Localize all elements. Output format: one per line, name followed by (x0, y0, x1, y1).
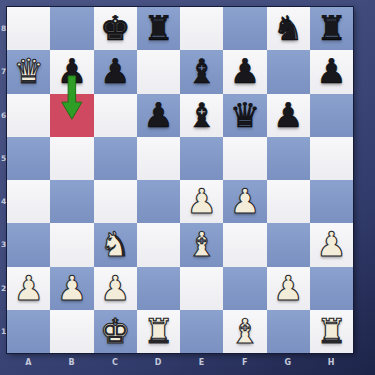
square-g8[interactable]: ♞ (267, 7, 310, 50)
square-a5[interactable] (7, 137, 50, 180)
square-b3[interactable] (50, 223, 93, 266)
file-labels: ABCDEFGH (7, 356, 353, 368)
square-d6[interactable]: ♟ (137, 94, 180, 137)
square-c2[interactable]: ♟ (94, 267, 137, 310)
square-f8[interactable] (223, 7, 266, 50)
square-f2[interactable] (223, 267, 266, 310)
piece-black-knight-g8[interactable]: ♞ (273, 7, 303, 50)
square-h7[interactable]: ♟ (310, 50, 353, 93)
square-c4[interactable] (94, 180, 137, 223)
piece-white-pawn-b2[interactable]: ♟ (57, 267, 87, 310)
file-label-g: G (267, 356, 310, 368)
piece-white-knight-c3[interactable]: ♞ (100, 223, 130, 266)
square-d7[interactable] (137, 50, 180, 93)
square-b5[interactable] (50, 137, 93, 180)
piece-white-pawn-f4[interactable]: ♟ (230, 180, 260, 223)
square-g5[interactable] (267, 137, 310, 180)
file-label-f: F (223, 356, 266, 368)
square-b2[interactable]: ♟ (50, 267, 93, 310)
square-a6[interactable] (7, 94, 50, 137)
file-label-a: A (7, 356, 50, 368)
square-b8[interactable] (50, 7, 93, 50)
square-g2[interactable]: ♟ (267, 267, 310, 310)
square-e6[interactable]: ♝ (180, 94, 223, 137)
rank-label-1: 1 (0, 310, 7, 353)
piece-white-rook-h1[interactable]: ♜ (316, 310, 346, 353)
piece-black-rook-d8[interactable]: ♜ (143, 7, 173, 50)
square-a4[interactable] (7, 180, 50, 223)
square-h6[interactable] (310, 94, 353, 137)
square-e3[interactable]: ♝ (180, 223, 223, 266)
file-label-b: B (50, 356, 93, 368)
square-d8[interactable]: ♜ (137, 7, 180, 50)
piece-white-pawn-c2[interactable]: ♟ (100, 267, 130, 310)
square-e1[interactable] (180, 310, 223, 353)
piece-white-bishop-f1[interactable]: ♝ (230, 310, 260, 353)
square-h2[interactable] (310, 267, 353, 310)
piece-white-pawn-h3[interactable]: ♟ (316, 223, 346, 266)
rank-label-5: 5 (0, 137, 7, 180)
rank-labels: 87654321 (0, 7, 7, 353)
square-b7[interactable]: ♟ (50, 50, 93, 93)
piece-black-pawn-c7[interactable]: ♟ (100, 50, 130, 93)
file-label-e: E (180, 356, 223, 368)
rank-label-7: 7 (0, 50, 7, 93)
square-h4[interactable] (310, 180, 353, 223)
piece-black-pawn-b7[interactable]: ♟ (57, 50, 87, 93)
square-b1[interactable] (50, 310, 93, 353)
file-label-c: C (94, 356, 137, 368)
square-b6[interactable] (50, 94, 93, 137)
square-h3[interactable]: ♟ (310, 223, 353, 266)
square-f3[interactable] (223, 223, 266, 266)
square-f4[interactable]: ♟ (223, 180, 266, 223)
piece-white-queen-a7[interactable]: ♛ (13, 50, 43, 93)
square-e8[interactable] (180, 7, 223, 50)
square-g3[interactable] (267, 223, 310, 266)
piece-black-pawn-d6[interactable]: ♟ (143, 94, 173, 137)
rank-label-3: 3 (0, 223, 7, 266)
rank-label-4: 4 (0, 180, 7, 223)
piece-black-pawn-h7[interactable]: ♟ (316, 50, 346, 93)
piece-black-bishop-e6[interactable]: ♝ (186, 94, 216, 137)
file-label-d: D (137, 356, 180, 368)
square-d3[interactable] (137, 223, 180, 266)
square-e7[interactable]: ♝ (180, 50, 223, 93)
square-c6[interactable] (94, 94, 137, 137)
square-c1[interactable]: ♚ (94, 310, 137, 353)
square-g4[interactable] (267, 180, 310, 223)
square-a8[interactable] (7, 7, 50, 50)
square-g6[interactable]: ♟ (267, 94, 310, 137)
rank-label-8: 8 (0, 7, 7, 50)
square-d1[interactable]: ♜ (137, 310, 180, 353)
chess-board-frame: ♚♜♞♜♛♟♟♝♟♟♟♝♛♟♟♟♞♝♟♟♟♟♟♚♜♝♜ 87654321 ABC… (0, 0, 375, 375)
square-d5[interactable] (137, 137, 180, 180)
square-h8[interactable]: ♜ (310, 7, 353, 50)
rank-label-2: 2 (0, 267, 7, 310)
square-c3[interactable]: ♞ (94, 223, 137, 266)
piece-black-king-c8[interactable]: ♚ (100, 7, 130, 50)
square-f7[interactable]: ♟ (223, 50, 266, 93)
square-b4[interactable] (50, 180, 93, 223)
square-d4[interactable] (137, 180, 180, 223)
square-h1[interactable]: ♜ (310, 310, 353, 353)
square-e5[interactable] (180, 137, 223, 180)
piece-white-rook-d1[interactable]: ♜ (143, 310, 173, 353)
piece-black-bishop-e7[interactable]: ♝ (186, 50, 216, 93)
piece-black-queen-f6[interactable]: ♛ (230, 94, 260, 137)
square-a3[interactable] (7, 223, 50, 266)
square-c7[interactable]: ♟ (94, 50, 137, 93)
square-c5[interactable] (94, 137, 137, 180)
piece-white-pawn-e4[interactable]: ♟ (186, 180, 216, 223)
square-c8[interactable]: ♚ (94, 7, 137, 50)
piece-white-bishop-e3[interactable]: ♝ (186, 223, 216, 266)
square-e4[interactable]: ♟ (180, 180, 223, 223)
piece-black-rook-h8[interactable]: ♜ (316, 7, 346, 50)
piece-black-pawn-f7[interactable]: ♟ (230, 50, 260, 93)
square-f1[interactable]: ♝ (223, 310, 266, 353)
square-g1[interactable] (267, 310, 310, 353)
rank-label-6: 6 (0, 94, 7, 137)
square-d2[interactable] (137, 267, 180, 310)
piece-black-pawn-g6[interactable]: ♟ (273, 94, 303, 137)
piece-white-pawn-g2[interactable]: ♟ (273, 267, 303, 310)
square-f5[interactable] (223, 137, 266, 180)
square-a7[interactable]: ♛ (7, 50, 50, 93)
file-label-h: H (310, 356, 353, 368)
square-g7[interactable] (267, 50, 310, 93)
square-a1[interactable] (7, 310, 50, 353)
piece-white-pawn-a2[interactable]: ♟ (13, 267, 43, 310)
square-f6[interactable]: ♛ (223, 94, 266, 137)
square-a2[interactable]: ♟ (7, 267, 50, 310)
piece-white-king-c1[interactable]: ♚ (100, 310, 130, 353)
chess-board: ♚♜♞♜♛♟♟♝♟♟♟♝♛♟♟♟♞♝♟♟♟♟♟♚♜♝♜ (7, 7, 353, 353)
square-h5[interactable] (310, 137, 353, 180)
square-e2[interactable] (180, 267, 223, 310)
